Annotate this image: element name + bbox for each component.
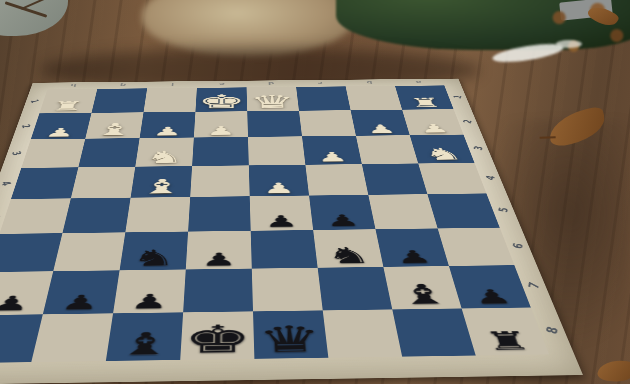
square-h5[interactable] (0, 198, 71, 233)
square-e7[interactable] (183, 269, 253, 312)
square-c5[interactable]: ♟ (309, 195, 375, 230)
square-a5[interactable] (427, 193, 499, 228)
square-d3[interactable] (248, 136, 305, 165)
square-h3[interactable] (21, 139, 85, 168)
square-h1[interactable]: ♜ (39, 89, 97, 113)
square-e3[interactable] (192, 137, 249, 166)
square-d7[interactable] (252, 268, 323, 311)
square-c7[interactable] (318, 267, 393, 310)
square-b4[interactable] (362, 163, 428, 195)
square-f4[interactable]: ♝ (131, 166, 193, 198)
square-e6[interactable]: ♟ (186, 231, 252, 270)
square-e1[interactable]: ♚ (195, 87, 247, 111)
square-f8[interactable]: ♝ (106, 312, 183, 361)
square-c4[interactable] (305, 164, 368, 196)
square-g8[interactable] (31, 313, 113, 362)
chalk-spot (556, 40, 582, 48)
square-a1[interactable]: ♜ (395, 85, 453, 109)
black-pawn-a7[interactable]: ♟ (476, 267, 514, 306)
square-d1[interactable]: ♛ (247, 87, 299, 111)
white-pawn-c3[interactable]: ♟ (318, 131, 349, 163)
square-c8[interactable] (323, 309, 402, 358)
square-g3[interactable] (78, 138, 139, 167)
square-h6[interactable] (0, 233, 62, 272)
black-pawn-e6[interactable]: ♟ (200, 231, 236, 268)
square-b6[interactable]: ♟ (375, 228, 448, 267)
square-a3[interactable]: ♞ (410, 135, 475, 164)
white-pawn-d4[interactable]: ♟ (263, 161, 296, 194)
square-c6[interactable]: ♞ (313, 229, 383, 268)
square-f5[interactable] (125, 197, 190, 232)
square-f2[interactable]: ♟ (140, 112, 196, 138)
square-g4[interactable] (71, 166, 135, 198)
square-c3[interactable]: ♟ (302, 136, 362, 165)
square-f1[interactable] (144, 88, 197, 112)
square-d6[interactable] (251, 230, 318, 269)
square-f6[interactable]: ♞ (120, 231, 189, 270)
black-pawn-c5[interactable]: ♟ (327, 193, 361, 228)
square-b5[interactable] (368, 194, 437, 229)
square-d5[interactable]: ♟ (250, 196, 313, 231)
black-rook-a8[interactable]: ♜ (489, 306, 535, 353)
square-h4[interactable] (11, 167, 78, 199)
square-d8[interactable]: ♛ (253, 310, 328, 359)
black-pawn-d5[interactable]: ♟ (264, 194, 298, 229)
square-f7[interactable]: ♟ (113, 269, 186, 313)
square-e5[interactable] (188, 196, 251, 231)
square-h2[interactable]: ♟ (31, 113, 92, 140)
photo-scene: 12345678 12345678 hgfedcba ♜♚♛♜♟♝♟♟♟♟♞♟♞… (0, 0, 630, 384)
square-c2[interactable] (299, 110, 356, 136)
square-e8[interactable]: ♚ (180, 311, 254, 360)
square-b1[interactable] (346, 86, 402, 110)
square-d2[interactable] (247, 111, 302, 137)
square-a4[interactable] (418, 163, 486, 195)
square-g6[interactable] (53, 232, 125, 271)
black-pawn-b6[interactable]: ♟ (397, 228, 433, 265)
leaf-litter (540, 0, 630, 68)
square-a2[interactable]: ♟ (402, 109, 463, 135)
square-d4[interactable]: ♟ (249, 165, 309, 197)
leaf-stem (539, 136, 555, 139)
square-g2[interactable]: ♝ (85, 112, 143, 139)
square-g7[interactable]: ♟ (43, 270, 120, 314)
square-e4[interactable] (190, 165, 249, 197)
square-g1[interactable] (92, 88, 148, 112)
square-b2[interactable]: ♟ (351, 109, 410, 135)
square-c1[interactable] (296, 86, 350, 110)
black-pawn-f7[interactable]: ♟ (129, 272, 168, 311)
black-pawn-g7[interactable]: ♟ (59, 273, 98, 312)
square-b7[interactable]: ♝ (383, 266, 461, 309)
square-b3[interactable] (356, 135, 418, 164)
square-e2[interactable]: ♟ (194, 111, 248, 137)
black-pawn-h7[interactable]: ♟ (0, 273, 27, 312)
square-g5[interactable] (62, 198, 130, 233)
leaf (597, 357, 630, 384)
square-f3[interactable]: ♞ (135, 138, 194, 167)
